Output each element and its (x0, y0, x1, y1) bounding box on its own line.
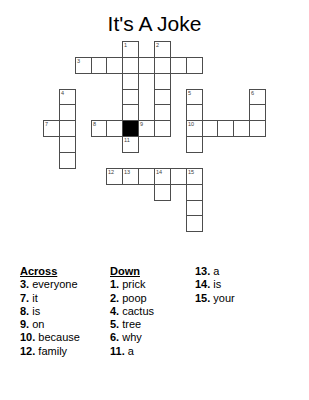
grid-cell[interactable] (59, 152, 76, 169)
grid-cell[interactable] (154, 73, 171, 90)
grid-cell[interactable] (186, 184, 203, 201)
black-cell (122, 120, 139, 137)
crossword-grid: 123456789101112131415 (43, 41, 266, 232)
grid-cell[interactable] (122, 104, 139, 121)
clue-number: 13. (195, 265, 210, 277)
grid-cell[interactable] (59, 104, 76, 121)
clue-item: 15. your (195, 292, 235, 305)
grid-cell[interactable] (154, 120, 171, 137)
grid-cell[interactable] (170, 168, 187, 185)
grid-cell[interactable] (154, 89, 171, 105)
grid-cell[interactable] (122, 89, 139, 105)
down-clue-list-continued: 13. a14. is15. your (195, 265, 235, 305)
grid-cell[interactable] (233, 120, 250, 137)
grid-cell[interactable] (138, 168, 155, 185)
clue-item: 3. everyone (20, 278, 80, 291)
grid-cell[interactable] (59, 120, 76, 137)
grid-cell[interactable]: 7 (43, 120, 60, 137)
grid-cell[interactable] (186, 200, 203, 216)
cell-number: 10 (188, 121, 194, 127)
cell-number: 6 (251, 90, 254, 96)
grid-cell[interactable] (249, 120, 266, 137)
across-clues-column: Across 3. everyone7. it8. is9. on10. bec… (20, 265, 80, 358)
cell-number: 15 (188, 169, 194, 175)
cell-number: 8 (93, 121, 96, 127)
down-clues-column: Down 1. prick2. poop4. cactus5. tree6. w… (110, 265, 154, 358)
grid-cell[interactable] (186, 57, 203, 74)
clue-number: 15. (195, 292, 210, 304)
across-clue-list: 3. everyone7. it8. is9. on10. because12.… (20, 278, 80, 358)
grid-cell[interactable]: 3 (75, 57, 92, 74)
clue-number: 6. (110, 331, 119, 343)
clue-number: 8. (20, 305, 29, 317)
grid-cell[interactable] (186, 136, 203, 153)
grid-cell[interactable]: 12 (106, 168, 123, 185)
cell-number: 14 (156, 169, 162, 175)
grid-cell[interactable]: 1 (122, 41, 139, 58)
grid-cell[interactable]: 11 (122, 136, 139, 153)
grid-cell[interactable]: 4 (59, 89, 76, 105)
grid-cell[interactable] (122, 73, 139, 90)
grid-cell[interactable] (249, 104, 266, 121)
grid-cell[interactable]: 9 (138, 120, 155, 137)
clue-number: 3. (20, 278, 29, 290)
cell-number: 5 (188, 90, 191, 96)
clue-item: 11. a (110, 345, 154, 358)
clue-number: 1. (110, 278, 119, 290)
clue-item: 12. family (20, 345, 80, 358)
cell-number: 7 (45, 121, 48, 127)
grid-cell[interactable] (106, 120, 123, 137)
clue-number: 14. (195, 278, 210, 290)
clue-item: 4. cactus (110, 305, 154, 318)
puzzle-title: It's A Joke (0, 12, 309, 36)
down-clue-list: 1. prick2. poop4. cactus5. tree6. why11.… (110, 278, 154, 358)
grid-cell[interactable] (122, 57, 139, 74)
clue-number: 7. (20, 292, 29, 304)
grid-cell[interactable] (170, 57, 187, 74)
down-clues-continued-column: 13. a14. is15. your (195, 265, 235, 305)
cell-number: 2 (156, 42, 159, 48)
grid-cell[interactable]: 2 (154, 41, 171, 58)
grid-cell[interactable] (154, 104, 171, 121)
cell-number: 4 (61, 90, 64, 96)
clue-number: 10. (20, 331, 35, 343)
grid-cell[interactable] (154, 184, 171, 201)
clue-item: 5. tree (110, 318, 154, 331)
grid-cell[interactable]: 5 (186, 89, 203, 105)
grid-cell[interactable] (106, 57, 123, 74)
grid-cell[interactable] (154, 57, 171, 74)
cell-number: 11 (124, 137, 130, 143)
grid-cell[interactable]: 6 (249, 89, 266, 105)
grid-cell[interactable] (217, 120, 234, 137)
cell-number: 3 (77, 58, 80, 64)
clue-number: 5. (110, 318, 119, 330)
clue-item: 1. prick (110, 278, 154, 291)
clue-item: 6. why (110, 331, 154, 344)
clue-number: 9. (20, 318, 29, 330)
clue-number: 12. (20, 345, 35, 357)
clue-number: 11. (110, 345, 125, 357)
grid-cell[interactable]: 10 (186, 120, 203, 137)
clue-item: 9. on (20, 318, 80, 331)
clue-number: 2. (110, 292, 119, 304)
cell-number: 12 (108, 169, 114, 175)
clue-item: 8. is (20, 305, 80, 318)
clue-item: 7. it (20, 292, 80, 305)
clue-item: 14. is (195, 278, 235, 291)
grid-cell[interactable]: 8 (91, 120, 107, 137)
grid-cell[interactable]: 14 (154, 168, 171, 185)
grid-cell[interactable]: 15 (186, 168, 203, 185)
grid-cell[interactable]: 13 (122, 168, 139, 185)
grid-cell[interactable] (59, 136, 76, 153)
clue-item: 10. because (20, 331, 80, 344)
cell-number: 13 (124, 169, 130, 175)
clue-number: 4. (110, 305, 119, 317)
cell-number: 1 (124, 42, 127, 48)
grid-cell[interactable] (91, 57, 107, 74)
down-header: Down (110, 265, 154, 278)
across-header: Across (20, 265, 80, 278)
cell-number: 9 (140, 121, 143, 127)
grid-cell[interactable] (202, 120, 218, 137)
grid-cell[interactable] (186, 104, 203, 121)
clue-item: 2. poop (110, 292, 154, 305)
grid-cell[interactable] (186, 215, 203, 232)
grid-cell[interactable] (138, 57, 155, 74)
clue-item: 13. a (195, 265, 235, 278)
